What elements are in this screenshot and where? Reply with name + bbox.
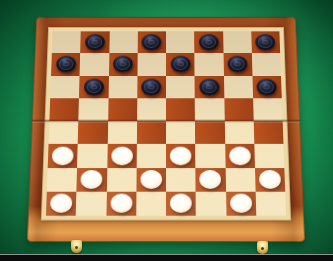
square-d5[interactable] [137, 98, 166, 121]
square-h4[interactable] [253, 121, 283, 144]
square-d7[interactable] [137, 53, 166, 75]
square-f8[interactable]: ⛂ [194, 31, 223, 53]
square-e1[interactable]: ⛀ [166, 191, 196, 215]
white-man[interactable]: ⛀ [200, 170, 222, 189]
square-a1[interactable]: ⛀ [46, 191, 77, 215]
white-man[interactable]: ⛀ [170, 194, 192, 213]
square-g4[interactable] [224, 121, 254, 144]
square-e2[interactable] [166, 168, 196, 192]
square-f5[interactable] [195, 98, 224, 121]
white-man[interactable]: ⛀ [110, 194, 132, 213]
square-a8[interactable] [52, 31, 81, 53]
square-d3[interactable] [136, 144, 166, 168]
square-b5[interactable] [79, 98, 109, 121]
square-c5[interactable] [108, 98, 137, 121]
black-man[interactable]: ⛂ [170, 56, 190, 73]
square-d1[interactable] [136, 191, 166, 215]
square-f3[interactable] [195, 144, 225, 168]
black-man[interactable]: ⛂ [84, 78, 104, 95]
square-e6[interactable] [166, 76, 195, 99]
square-h7[interactable] [252, 53, 281, 75]
square-b6[interactable]: ⛂ [79, 76, 108, 99]
white-man[interactable]: ⛀ [170, 147, 192, 166]
square-b1[interactable] [76, 191, 106, 215]
square-g1[interactable]: ⛀ [226, 191, 256, 215]
square-h8[interactable]: ⛂ [251, 31, 280, 53]
white-man[interactable]: ⛀ [52, 147, 74, 166]
square-e4[interactable] [166, 121, 195, 144]
black-man[interactable]: ⛂ [85, 34, 105, 50]
square-a4[interactable] [49, 121, 79, 144]
square-f1[interactable] [196, 191, 226, 215]
square-g2[interactable] [225, 168, 255, 192]
brass-latch-right [257, 241, 268, 254]
black-man[interactable]: ⛂ [113, 56, 133, 73]
square-b8[interactable]: ⛂ [80, 31, 109, 53]
square-f4[interactable] [195, 121, 225, 144]
square-c2[interactable] [106, 168, 136, 192]
square-c1[interactable]: ⛀ [106, 191, 136, 215]
white-man[interactable]: ⛀ [81, 170, 103, 189]
board-face: ⛂⛂⛂⛂⛂⛂⛂⛂⛂⛂⛂⛂⛀⛀⛀⛀⛀⛀⛀⛀⛀⛀⛀⛀ [41, 27, 291, 220]
square-h3[interactable] [254, 144, 284, 168]
white-man[interactable]: ⛀ [230, 194, 252, 213]
board-grid: ⛂⛂⛂⛂⛂⛂⛂⛂⛂⛂⛂⛂⛀⛀⛀⛀⛀⛀⛀⛀⛀⛀⛀⛀ [46, 31, 286, 215]
square-a6[interactable] [50, 76, 80, 99]
brass-latch-left [71, 240, 82, 253]
square-e5[interactable] [166, 98, 195, 121]
square-g6[interactable] [223, 76, 252, 99]
square-h6[interactable]: ⛂ [252, 76, 282, 99]
white-man[interactable]: ⛀ [259, 170, 281, 189]
square-c6[interactable] [108, 76, 137, 99]
photo-edge [0, 254, 333, 261]
square-a5[interactable] [49, 98, 79, 121]
checkers-board: ⛂⛂⛂⛂⛂⛂⛂⛂⛂⛂⛂⛂⛀⛀⛀⛀⛀⛀⛀⛀⛀⛀⛀⛀ [27, 17, 305, 242]
square-g8[interactable] [223, 31, 252, 53]
square-h2[interactable]: ⛀ [255, 168, 285, 192]
square-g7[interactable]: ⛂ [223, 53, 252, 75]
square-d6[interactable]: ⛂ [137, 76, 166, 99]
square-b7[interactable] [80, 53, 109, 75]
square-c4[interactable] [107, 121, 137, 144]
square-g5[interactable] [224, 98, 254, 121]
square-e8[interactable] [166, 31, 195, 53]
square-b3[interactable] [77, 144, 107, 168]
square-f7[interactable] [195, 53, 224, 75]
square-a7[interactable]: ⛂ [51, 53, 80, 75]
black-man[interactable]: ⛂ [56, 56, 76, 73]
square-c8[interactable] [109, 31, 138, 53]
square-e7[interactable]: ⛂ [166, 53, 195, 75]
square-b2[interactable]: ⛀ [77, 168, 107, 192]
square-c7[interactable]: ⛂ [109, 53, 138, 75]
square-g3[interactable]: ⛀ [225, 144, 255, 168]
square-h1[interactable] [255, 191, 286, 215]
square-f2[interactable]: ⛀ [196, 168, 226, 192]
square-f6[interactable]: ⛂ [195, 76, 224, 99]
square-h5[interactable] [253, 98, 283, 121]
square-a3[interactable]: ⛀ [48, 144, 78, 168]
white-man[interactable]: ⛀ [111, 147, 133, 166]
black-man[interactable]: ⛂ [141, 78, 161, 95]
square-d2[interactable]: ⛀ [136, 168, 166, 192]
black-man[interactable]: ⛂ [142, 34, 162, 50]
white-man[interactable]: ⛀ [50, 194, 72, 213]
square-d4[interactable] [137, 121, 166, 144]
black-man[interactable]: ⛂ [228, 56, 248, 73]
square-c3[interactable]: ⛀ [107, 144, 137, 168]
black-man[interactable]: ⛂ [199, 34, 219, 50]
black-man[interactable]: ⛂ [257, 78, 278, 95]
black-man[interactable]: ⛂ [199, 78, 219, 95]
square-a2[interactable] [47, 168, 77, 192]
square-b4[interactable] [78, 121, 108, 144]
square-d8[interactable]: ⛂ [137, 31, 166, 53]
square-e3[interactable]: ⛀ [166, 144, 196, 168]
white-man[interactable]: ⛀ [140, 170, 162, 189]
black-man[interactable]: ⛂ [255, 34, 275, 50]
white-man[interactable]: ⛀ [229, 147, 251, 166]
